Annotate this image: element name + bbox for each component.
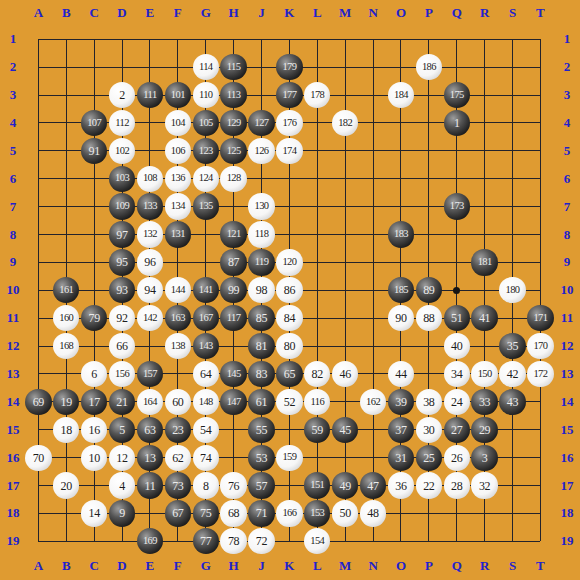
intersection-M18[interactable]: 50 bbox=[331, 499, 359, 527]
intersection-R19[interactable] bbox=[471, 527, 499, 555]
intersection-Q16[interactable]: 26 bbox=[443, 444, 471, 472]
stone-white-G3[interactable]: 110 bbox=[193, 82, 219, 108]
stone-black-D15[interactable]: 5 bbox=[109, 417, 135, 443]
intersection-G1[interactable] bbox=[192, 25, 220, 53]
intersection-E7[interactable]: 133 bbox=[136, 193, 164, 221]
intersection-L13[interactable]: 82 bbox=[303, 360, 331, 388]
intersection-H8[interactable]: 121 bbox=[220, 221, 248, 249]
intersection-Q11[interactable]: 51 bbox=[443, 304, 471, 332]
intersection-D15[interactable]: 5 bbox=[108, 416, 136, 444]
intersection-Q14[interactable]: 24 bbox=[443, 388, 471, 416]
intersection-T2[interactable] bbox=[526, 53, 554, 81]
stone-black-G4[interactable]: 105 bbox=[193, 110, 219, 136]
stone-black-F8[interactable]: 131 bbox=[165, 221, 191, 247]
intersection-Q17[interactable]: 28 bbox=[443, 472, 471, 500]
intersection-G10[interactable]: 141 bbox=[192, 276, 220, 304]
stone-white-F6[interactable]: 136 bbox=[165, 166, 191, 192]
intersection-N1[interactable] bbox=[359, 25, 387, 53]
intersection-J15[interactable]: 55 bbox=[248, 416, 276, 444]
intersection-G7[interactable]: 135 bbox=[192, 193, 220, 221]
stone-white-D13[interactable]: 156 bbox=[109, 361, 135, 387]
stone-black-F18[interactable]: 67 bbox=[165, 500, 191, 526]
intersection-R4[interactable] bbox=[471, 109, 499, 137]
intersection-S18[interactable] bbox=[499, 499, 527, 527]
stone-white-D17[interactable]: 4 bbox=[109, 472, 135, 498]
intersection-S16[interactable] bbox=[499, 444, 527, 472]
intersection-M3[interactable] bbox=[331, 81, 359, 109]
intersection-F4[interactable]: 104 bbox=[164, 109, 192, 137]
intersection-S14[interactable]: 43 bbox=[499, 388, 527, 416]
intersection-H12[interactable] bbox=[220, 332, 248, 360]
intersection-B8[interactable] bbox=[52, 221, 80, 249]
intersection-S7[interactable] bbox=[499, 193, 527, 221]
intersection-G14[interactable]: 148 bbox=[192, 388, 220, 416]
intersection-A10[interactable] bbox=[24, 276, 52, 304]
stone-white-Q14[interactable]: 24 bbox=[444, 389, 470, 415]
intersection-R17[interactable]: 32 bbox=[471, 472, 499, 500]
intersection-N19[interactable] bbox=[359, 527, 387, 555]
intersection-L9[interactable] bbox=[303, 248, 331, 276]
intersection-K11[interactable]: 84 bbox=[275, 304, 303, 332]
intersection-C2[interactable] bbox=[80, 53, 108, 81]
intersection-F12[interactable]: 138 bbox=[164, 332, 192, 360]
intersection-L18[interactable]: 153 bbox=[303, 499, 331, 527]
intersection-H2[interactable]: 115 bbox=[220, 53, 248, 81]
intersection-R12[interactable] bbox=[471, 332, 499, 360]
stone-white-H19[interactable]: 78 bbox=[220, 528, 246, 554]
intersection-L16[interactable] bbox=[303, 444, 331, 472]
stone-black-F17[interactable]: 73 bbox=[165, 472, 191, 498]
intersection-G18[interactable]: 75 bbox=[192, 499, 220, 527]
intersection-G8[interactable] bbox=[192, 221, 220, 249]
intersection-F14[interactable]: 60 bbox=[164, 388, 192, 416]
intersection-H6[interactable]: 128 bbox=[220, 165, 248, 193]
intersection-J8[interactable]: 118 bbox=[248, 221, 276, 249]
intersection-E2[interactable] bbox=[136, 53, 164, 81]
intersection-D8[interactable]: 97 bbox=[108, 221, 136, 249]
intersection-T7[interactable] bbox=[526, 193, 554, 221]
stone-white-G16[interactable]: 74 bbox=[193, 445, 219, 471]
intersection-K19[interactable] bbox=[275, 527, 303, 555]
intersection-D1[interactable] bbox=[108, 25, 136, 53]
intersection-K3[interactable]: 177 bbox=[275, 81, 303, 109]
stone-white-K4[interactable]: 176 bbox=[276, 110, 302, 136]
stone-white-G14[interactable]: 148 bbox=[193, 389, 219, 415]
stone-black-B14[interactable]: 19 bbox=[53, 389, 79, 415]
intersection-Q6[interactable] bbox=[443, 165, 471, 193]
stone-black-P16[interactable]: 25 bbox=[416, 445, 442, 471]
intersection-D11[interactable]: 92 bbox=[108, 304, 136, 332]
intersection-F15[interactable]: 23 bbox=[164, 416, 192, 444]
intersection-T18[interactable] bbox=[526, 499, 554, 527]
intersection-A1[interactable] bbox=[24, 25, 52, 53]
stone-black-H2[interactable]: 115 bbox=[220, 54, 246, 80]
intersection-J5[interactable]: 126 bbox=[248, 137, 276, 165]
intersection-K9[interactable]: 120 bbox=[275, 248, 303, 276]
intersection-B12[interactable]: 168 bbox=[52, 332, 80, 360]
stone-white-N14[interactable]: 162 bbox=[360, 389, 386, 415]
stone-white-G17[interactable]: 8 bbox=[193, 472, 219, 498]
stone-white-Q12[interactable]: 40 bbox=[444, 333, 470, 359]
intersection-P11[interactable]: 88 bbox=[415, 304, 443, 332]
intersection-O3[interactable]: 184 bbox=[387, 81, 415, 109]
intersection-K17[interactable] bbox=[275, 472, 303, 500]
intersection-B6[interactable] bbox=[52, 165, 80, 193]
intersection-T9[interactable] bbox=[526, 248, 554, 276]
stone-white-P2[interactable]: 186 bbox=[416, 54, 442, 80]
intersection-S17[interactable] bbox=[499, 472, 527, 500]
stone-white-M13[interactable]: 46 bbox=[332, 361, 358, 387]
stone-white-M4[interactable]: 182 bbox=[332, 110, 358, 136]
stone-white-P14[interactable]: 38 bbox=[416, 389, 442, 415]
intersection-R18[interactable] bbox=[471, 499, 499, 527]
intersection-P10[interactable]: 89 bbox=[415, 276, 443, 304]
intersection-M15[interactable]: 45 bbox=[331, 416, 359, 444]
intersection-C3[interactable] bbox=[80, 81, 108, 109]
intersection-L10[interactable] bbox=[303, 276, 331, 304]
intersection-R7[interactable] bbox=[471, 193, 499, 221]
intersection-F11[interactable]: 163 bbox=[164, 304, 192, 332]
stone-black-T11[interactable]: 171 bbox=[527, 305, 553, 331]
stone-black-D10[interactable]: 93 bbox=[109, 277, 135, 303]
stone-black-E15[interactable]: 63 bbox=[137, 417, 163, 443]
intersection-G12[interactable]: 143 bbox=[192, 332, 220, 360]
intersection-A15[interactable] bbox=[24, 416, 52, 444]
intersection-S3[interactable] bbox=[499, 81, 527, 109]
stone-white-D12[interactable]: 66 bbox=[109, 333, 135, 359]
intersection-F2[interactable] bbox=[164, 53, 192, 81]
intersection-C5[interactable]: 91 bbox=[80, 137, 108, 165]
stone-black-L18[interactable]: 153 bbox=[304, 500, 330, 526]
stone-black-H3[interactable]: 113 bbox=[220, 82, 246, 108]
intersection-F10[interactable]: 144 bbox=[164, 276, 192, 304]
intersection-E10[interactable]: 94 bbox=[136, 276, 164, 304]
intersection-D4[interactable]: 112 bbox=[108, 109, 136, 137]
intersection-O14[interactable]: 39 bbox=[387, 388, 415, 416]
intersection-B14[interactable]: 19 bbox=[52, 388, 80, 416]
intersection-O9[interactable] bbox=[387, 248, 415, 276]
intersection-S4[interactable] bbox=[499, 109, 527, 137]
stone-white-E8[interactable]: 132 bbox=[137, 221, 163, 247]
stone-black-J11[interactable]: 85 bbox=[248, 305, 274, 331]
intersection-S12[interactable]: 35 bbox=[499, 332, 527, 360]
stone-black-H14[interactable]: 147 bbox=[220, 389, 246, 415]
intersection-O11[interactable]: 90 bbox=[387, 304, 415, 332]
stone-white-H6[interactable]: 128 bbox=[220, 166, 246, 192]
intersection-P13[interactable] bbox=[415, 360, 443, 388]
intersection-G17[interactable]: 8 bbox=[192, 472, 220, 500]
intersection-A17[interactable] bbox=[24, 472, 52, 500]
stone-black-F15[interactable]: 23 bbox=[165, 417, 191, 443]
intersection-B15[interactable]: 18 bbox=[52, 416, 80, 444]
stone-white-S13[interactable]: 42 bbox=[499, 361, 525, 387]
intersection-F19[interactable] bbox=[164, 527, 192, 555]
stone-white-F12[interactable]: 138 bbox=[165, 333, 191, 359]
intersection-B3[interactable] bbox=[52, 81, 80, 109]
intersection-P17[interactable]: 22 bbox=[415, 472, 443, 500]
intersection-O5[interactable] bbox=[387, 137, 415, 165]
intersection-J1[interactable] bbox=[248, 25, 276, 53]
intersection-O7[interactable] bbox=[387, 193, 415, 221]
stone-white-D3[interactable]: 2 bbox=[109, 82, 135, 108]
intersection-P4[interactable] bbox=[415, 109, 443, 137]
intersection-L4[interactable] bbox=[303, 109, 331, 137]
intersection-O10[interactable]: 185 bbox=[387, 276, 415, 304]
intersection-T17[interactable] bbox=[526, 472, 554, 500]
intersection-P18[interactable] bbox=[415, 499, 443, 527]
intersection-D2[interactable] bbox=[108, 53, 136, 81]
intersection-A14[interactable]: 69 bbox=[24, 388, 52, 416]
intersection-J2[interactable] bbox=[248, 53, 276, 81]
stone-black-D7[interactable]: 109 bbox=[109, 193, 135, 219]
intersection-R15[interactable]: 29 bbox=[471, 416, 499, 444]
stone-white-K12[interactable]: 80 bbox=[276, 333, 302, 359]
intersection-M10[interactable] bbox=[331, 276, 359, 304]
stone-black-H13[interactable]: 145 bbox=[220, 361, 246, 387]
stone-white-K10[interactable]: 86 bbox=[276, 277, 302, 303]
intersection-K5[interactable]: 174 bbox=[275, 137, 303, 165]
intersection-Q4[interactable]: 1 bbox=[443, 109, 471, 137]
intersection-R3[interactable] bbox=[471, 81, 499, 109]
intersection-A8[interactable] bbox=[24, 221, 52, 249]
intersection-B17[interactable]: 20 bbox=[52, 472, 80, 500]
stone-white-F14[interactable]: 60 bbox=[165, 389, 191, 415]
intersection-D18[interactable]: 9 bbox=[108, 499, 136, 527]
intersection-R14[interactable]: 33 bbox=[471, 388, 499, 416]
stone-white-O11[interactable]: 90 bbox=[388, 305, 414, 331]
intersection-F5[interactable]: 106 bbox=[164, 137, 192, 165]
intersection-R1[interactable] bbox=[471, 25, 499, 53]
intersection-J18[interactable]: 71 bbox=[248, 499, 276, 527]
stone-black-G11[interactable]: 167 bbox=[193, 305, 219, 331]
intersection-K6[interactable] bbox=[275, 165, 303, 193]
stone-black-K13[interactable]: 65 bbox=[276, 361, 302, 387]
stone-black-A14[interactable]: 69 bbox=[25, 389, 51, 415]
stone-black-J17[interactable]: 57 bbox=[248, 472, 274, 498]
intersection-H4[interactable]: 129 bbox=[220, 109, 248, 137]
intersection-D12[interactable]: 66 bbox=[108, 332, 136, 360]
intersection-H18[interactable]: 68 bbox=[220, 499, 248, 527]
intersection-T14[interactable] bbox=[526, 388, 554, 416]
stone-white-O3[interactable]: 184 bbox=[388, 82, 414, 108]
intersection-P15[interactable]: 30 bbox=[415, 416, 443, 444]
intersection-J10[interactable]: 98 bbox=[248, 276, 276, 304]
intersection-N3[interactable] bbox=[359, 81, 387, 109]
intersection-D14[interactable]: 21 bbox=[108, 388, 136, 416]
intersection-F16[interactable]: 62 bbox=[164, 444, 192, 472]
intersection-C14[interactable]: 17 bbox=[80, 388, 108, 416]
stone-black-J14[interactable]: 61 bbox=[248, 389, 274, 415]
intersection-D6[interactable]: 103 bbox=[108, 165, 136, 193]
intersection-B16[interactable] bbox=[52, 444, 80, 472]
intersection-P14[interactable]: 38 bbox=[415, 388, 443, 416]
stone-white-Q16[interactable]: 26 bbox=[444, 445, 470, 471]
stone-white-K11[interactable]: 84 bbox=[276, 305, 302, 331]
stone-black-J12[interactable]: 81 bbox=[248, 333, 274, 359]
stone-white-K5[interactable]: 174 bbox=[276, 138, 302, 164]
intersection-N6[interactable] bbox=[359, 165, 387, 193]
stone-black-S12[interactable]: 35 bbox=[499, 333, 525, 359]
intersection-B19[interactable] bbox=[52, 527, 80, 555]
intersection-P8[interactable] bbox=[415, 221, 443, 249]
intersection-P1[interactable] bbox=[415, 25, 443, 53]
intersection-N9[interactable] bbox=[359, 248, 387, 276]
intersection-H3[interactable]: 113 bbox=[220, 81, 248, 109]
intersection-G6[interactable]: 124 bbox=[192, 165, 220, 193]
intersection-B4[interactable] bbox=[52, 109, 80, 137]
stone-black-D18[interactable]: 9 bbox=[109, 500, 135, 526]
intersection-G3[interactable]: 110 bbox=[192, 81, 220, 109]
intersection-J3[interactable] bbox=[248, 81, 276, 109]
intersection-J13[interactable]: 83 bbox=[248, 360, 276, 388]
stone-white-L14[interactable]: 116 bbox=[304, 389, 330, 415]
stone-white-D16[interactable]: 12 bbox=[109, 445, 135, 471]
intersection-S6[interactable] bbox=[499, 165, 527, 193]
intersection-F9[interactable] bbox=[164, 248, 192, 276]
stone-white-B11[interactable]: 160 bbox=[53, 305, 79, 331]
intersection-E4[interactable] bbox=[136, 109, 164, 137]
intersection-K15[interactable] bbox=[275, 416, 303, 444]
intersection-D9[interactable]: 95 bbox=[108, 248, 136, 276]
intersection-S13[interactable]: 42 bbox=[499, 360, 527, 388]
intersection-G19[interactable]: 77 bbox=[192, 527, 220, 555]
stone-white-E14[interactable]: 164 bbox=[137, 389, 163, 415]
stone-white-O13[interactable]: 44 bbox=[388, 361, 414, 387]
intersection-H17[interactable]: 76 bbox=[220, 472, 248, 500]
stone-white-C13[interactable]: 6 bbox=[81, 361, 107, 387]
intersection-O12[interactable] bbox=[387, 332, 415, 360]
intersection-C15[interactable]: 16 bbox=[80, 416, 108, 444]
intersection-E16[interactable]: 13 bbox=[136, 444, 164, 472]
intersection-O18[interactable] bbox=[387, 499, 415, 527]
intersection-T10[interactable] bbox=[526, 276, 554, 304]
intersection-N2[interactable] bbox=[359, 53, 387, 81]
intersection-B5[interactable] bbox=[52, 137, 80, 165]
intersection-F8[interactable]: 131 bbox=[164, 221, 192, 249]
stone-white-G15[interactable]: 54 bbox=[193, 417, 219, 443]
intersection-Q5[interactable] bbox=[443, 137, 471, 165]
intersection-M6[interactable] bbox=[331, 165, 359, 193]
intersection-B11[interactable]: 160 bbox=[52, 304, 80, 332]
intersection-D10[interactable]: 93 bbox=[108, 276, 136, 304]
stone-black-D6[interactable]: 103 bbox=[109, 166, 135, 192]
intersection-Q19[interactable] bbox=[443, 527, 471, 555]
intersection-E14[interactable]: 164 bbox=[136, 388, 164, 416]
intersection-Q7[interactable]: 173 bbox=[443, 193, 471, 221]
stone-white-J5[interactable]: 126 bbox=[248, 138, 274, 164]
intersection-K12[interactable]: 80 bbox=[275, 332, 303, 360]
intersection-D5[interactable]: 102 bbox=[108, 137, 136, 165]
stone-white-J10[interactable]: 98 bbox=[248, 277, 274, 303]
stone-black-G12[interactable]: 143 bbox=[193, 333, 219, 359]
stone-black-O16[interactable]: 31 bbox=[388, 445, 414, 471]
stone-black-H5[interactable]: 125 bbox=[220, 138, 246, 164]
stone-white-C18[interactable]: 14 bbox=[81, 500, 107, 526]
stone-black-J18[interactable]: 71 bbox=[248, 500, 274, 526]
stone-white-J19[interactable]: 72 bbox=[248, 528, 274, 554]
intersection-Q12[interactable]: 40 bbox=[443, 332, 471, 360]
intersection-M11[interactable] bbox=[331, 304, 359, 332]
intersection-J17[interactable]: 57 bbox=[248, 472, 276, 500]
intersection-M14[interactable] bbox=[331, 388, 359, 416]
intersection-K8[interactable] bbox=[275, 221, 303, 249]
stone-black-F11[interactable]: 163 bbox=[165, 305, 191, 331]
intersection-O13[interactable]: 44 bbox=[387, 360, 415, 388]
intersection-H14[interactable]: 147 bbox=[220, 388, 248, 416]
intersection-E9[interactable]: 96 bbox=[136, 248, 164, 276]
stone-white-B17[interactable]: 20 bbox=[53, 472, 79, 498]
intersection-O19[interactable] bbox=[387, 527, 415, 555]
stone-black-E7[interactable]: 133 bbox=[137, 193, 163, 219]
intersection-R10[interactable] bbox=[471, 276, 499, 304]
intersection-A5[interactable] bbox=[24, 137, 52, 165]
intersection-J7[interactable]: 130 bbox=[248, 193, 276, 221]
intersection-M5[interactable] bbox=[331, 137, 359, 165]
intersection-N17[interactable]: 47 bbox=[359, 472, 387, 500]
intersection-E12[interactable] bbox=[136, 332, 164, 360]
intersection-N8[interactable] bbox=[359, 221, 387, 249]
stone-white-J8[interactable]: 118 bbox=[248, 221, 274, 247]
stone-black-E3[interactable]: 111 bbox=[137, 82, 163, 108]
intersection-K10[interactable]: 86 bbox=[275, 276, 303, 304]
intersection-H19[interactable]: 78 bbox=[220, 527, 248, 555]
intersection-T13[interactable]: 172 bbox=[526, 360, 554, 388]
intersection-J12[interactable]: 81 bbox=[248, 332, 276, 360]
intersection-T8[interactable] bbox=[526, 221, 554, 249]
intersection-N16[interactable] bbox=[359, 444, 387, 472]
intersection-E13[interactable]: 157 bbox=[136, 360, 164, 388]
intersection-O16[interactable]: 31 bbox=[387, 444, 415, 472]
stone-black-Q15[interactable]: 27 bbox=[444, 417, 470, 443]
intersection-B9[interactable] bbox=[52, 248, 80, 276]
intersection-S1[interactable] bbox=[499, 25, 527, 53]
intersection-J6[interactable] bbox=[248, 165, 276, 193]
intersection-Q18[interactable] bbox=[443, 499, 471, 527]
intersection-L2[interactable] bbox=[303, 53, 331, 81]
intersection-K16[interactable]: 159 bbox=[275, 444, 303, 472]
stone-black-O8[interactable]: 183 bbox=[388, 221, 414, 247]
stone-white-C15[interactable]: 16 bbox=[81, 417, 107, 443]
stone-black-B10[interactable]: 161 bbox=[53, 277, 79, 303]
intersection-L11[interactable] bbox=[303, 304, 331, 332]
intersection-B13[interactable] bbox=[52, 360, 80, 388]
intersection-K2[interactable]: 179 bbox=[275, 53, 303, 81]
stone-white-E10[interactable]: 94 bbox=[137, 277, 163, 303]
stone-black-L17[interactable]: 151 bbox=[304, 472, 330, 498]
intersection-Q3[interactable]: 175 bbox=[443, 81, 471, 109]
intersection-M19[interactable] bbox=[331, 527, 359, 555]
stone-black-J13[interactable]: 83 bbox=[248, 361, 274, 387]
intersection-H1[interactable] bbox=[220, 25, 248, 53]
stone-black-Q3[interactable]: 175 bbox=[444, 82, 470, 108]
intersection-H7[interactable] bbox=[220, 193, 248, 221]
stone-black-R15[interactable]: 29 bbox=[471, 417, 497, 443]
intersection-H16[interactable] bbox=[220, 444, 248, 472]
intersection-A13[interactable] bbox=[24, 360, 52, 388]
stone-black-H11[interactable]: 117 bbox=[220, 305, 246, 331]
intersection-D17[interactable]: 4 bbox=[108, 472, 136, 500]
stone-white-E11[interactable]: 142 bbox=[137, 305, 163, 331]
intersection-A11[interactable] bbox=[24, 304, 52, 332]
stone-black-H10[interactable]: 99 bbox=[220, 277, 246, 303]
stone-black-E13[interactable]: 157 bbox=[137, 361, 163, 387]
intersection-A7[interactable] bbox=[24, 193, 52, 221]
stone-white-R13[interactable]: 150 bbox=[471, 361, 497, 387]
stone-white-K9[interactable]: 120 bbox=[276, 249, 302, 275]
intersection-Q9[interactable] bbox=[443, 248, 471, 276]
intersection-J19[interactable]: 72 bbox=[248, 527, 276, 555]
stone-black-E19[interactable]: 169 bbox=[137, 528, 163, 554]
